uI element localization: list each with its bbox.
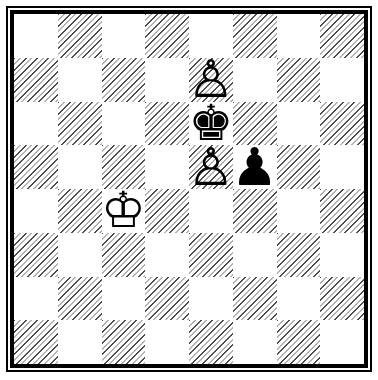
square-e6[interactable]: ♚ [189,102,233,146]
square-b3[interactable] [58,233,102,277]
square-b2[interactable] [58,277,102,321]
square-c5[interactable] [102,145,146,189]
square-f1[interactable] [233,320,277,364]
square-h6[interactable] [320,102,364,146]
board-inner-border: ♙♚♙♟♔ [10,10,368,368]
square-a5[interactable] [14,145,58,189]
square-d7[interactable] [145,58,189,102]
square-h7[interactable] [320,58,364,102]
square-g4[interactable] [277,189,321,233]
board-outer-border: ♙♚♙♟♔ [6,6,372,372]
square-e1[interactable] [189,320,233,364]
square-b4[interactable] [58,189,102,233]
square-c7[interactable] [102,58,146,102]
square-f4[interactable] [233,189,277,233]
square-a4[interactable] [14,189,58,233]
square-h8[interactable] [320,14,364,58]
square-f2[interactable] [233,277,277,321]
square-c2[interactable] [102,277,146,321]
piece-white-pawn[interactable]: ♙ [189,58,233,101]
square-f6[interactable] [233,102,277,146]
square-c3[interactable] [102,233,146,277]
square-b8[interactable] [58,14,102,58]
square-b7[interactable] [58,58,102,102]
square-g5[interactable] [277,145,321,189]
square-c4[interactable]: ♔ [102,189,146,233]
square-g8[interactable] [277,14,321,58]
square-g7[interactable] [277,58,321,102]
square-c1[interactable] [102,320,146,364]
square-d5[interactable] [145,145,189,189]
square-c8[interactable] [102,14,146,58]
square-h3[interactable] [320,233,364,277]
chess-board: ♙♚♙♟♔ [14,14,364,364]
square-g6[interactable] [277,102,321,146]
square-f3[interactable] [233,233,277,277]
square-a2[interactable] [14,277,58,321]
square-a1[interactable] [14,320,58,364]
square-h5[interactable] [320,145,364,189]
square-g1[interactable] [277,320,321,364]
square-b5[interactable] [58,145,102,189]
square-e7[interactable]: ♙ [189,58,233,102]
square-d2[interactable] [145,277,189,321]
square-e2[interactable] [189,277,233,321]
square-e5[interactable]: ♙ [189,145,233,189]
square-d6[interactable] [145,102,189,146]
square-g3[interactable] [277,233,321,277]
square-f8[interactable] [233,14,277,58]
square-e3[interactable] [189,233,233,277]
piece-white-king[interactable]: ♔ [102,189,146,232]
square-d8[interactable] [145,14,189,58]
square-b1[interactable] [58,320,102,364]
square-a6[interactable] [14,102,58,146]
square-e8[interactable] [189,14,233,58]
square-e4[interactable] [189,189,233,233]
chess-diagram: ♙♚♙♟♔ [0,0,378,380]
square-g2[interactable] [277,277,321,321]
square-a8[interactable] [14,14,58,58]
square-a3[interactable] [14,233,58,277]
square-b6[interactable] [58,102,102,146]
square-c6[interactable] [102,102,146,146]
square-d1[interactable] [145,320,189,364]
square-d3[interactable] [145,233,189,277]
square-a7[interactable] [14,58,58,102]
piece-black-king[interactable]: ♚ [189,102,233,145]
square-f7[interactable] [233,58,277,102]
square-h2[interactable] [320,277,364,321]
square-f5[interactable]: ♟ [233,145,277,189]
piece-white-pawn[interactable]: ♙ [189,146,233,189]
piece-black-pawn[interactable]: ♟ [233,146,277,189]
square-h4[interactable] [320,189,364,233]
square-h1[interactable] [320,320,364,364]
square-d4[interactable] [145,189,189,233]
